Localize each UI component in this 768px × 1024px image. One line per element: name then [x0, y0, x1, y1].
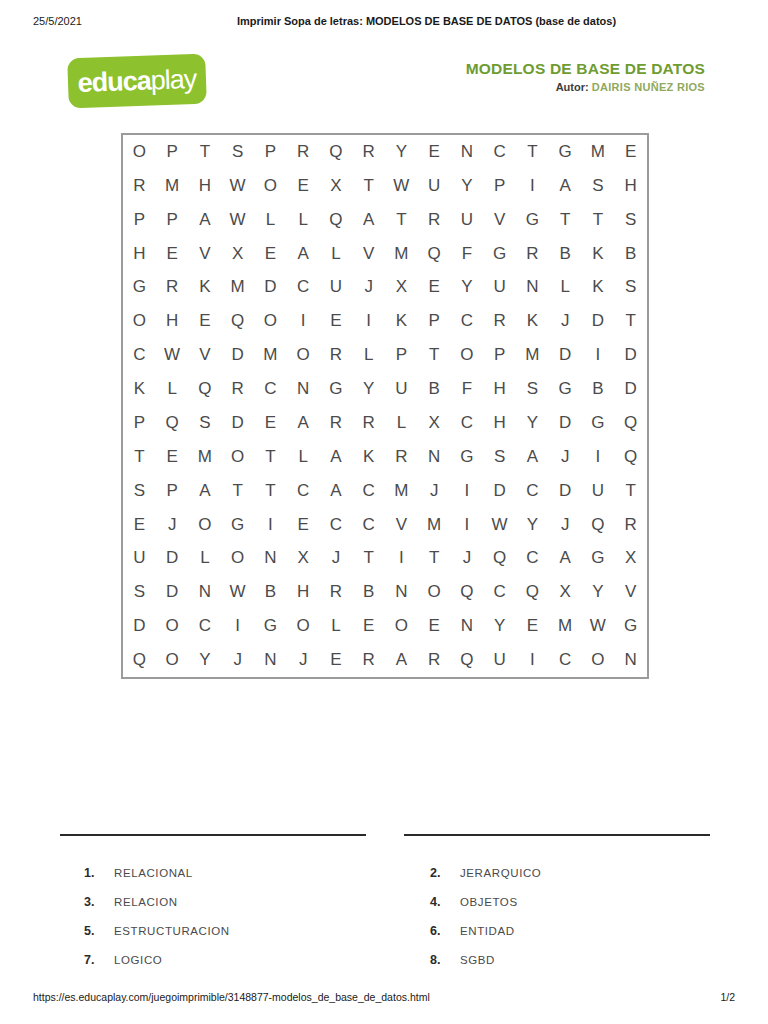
grid-cell: O [385, 609, 418, 643]
grid-cell: O [123, 304, 156, 338]
grid-cell: T [385, 203, 418, 237]
grid-cell: A [385, 643, 418, 677]
grid-cell: A [320, 474, 353, 508]
grid-cell: H [123, 237, 156, 271]
word-list-right: 2.JERARQUICO4.OBJETOS6.ENTIDAD8.SGBD [430, 866, 541, 982]
grid-cell: L [189, 542, 222, 576]
grid-cell: R [483, 304, 516, 338]
grid-cell: E [320, 643, 353, 677]
grid-cell: E [156, 440, 189, 474]
word-list-item: 1.RELACIONAL [84, 866, 230, 895]
author-line: Autor: DAIRIS NUÑEZ RIOS [556, 81, 705, 93]
grid-cell: R [123, 169, 156, 203]
grid-cell: B [614, 237, 647, 271]
grid-cell: A [320, 440, 353, 474]
grid-cell: Y [451, 169, 484, 203]
grid-cell: I [221, 609, 254, 643]
grid-cell: D [483, 474, 516, 508]
grid-cell: X [221, 237, 254, 271]
grid-cell: J [418, 474, 451, 508]
grid-cell: O [254, 169, 287, 203]
grid-cell: I [451, 474, 484, 508]
grid-cell: E [123, 508, 156, 542]
grid-cell: C [287, 474, 320, 508]
grid-cell: J [287, 643, 320, 677]
grid-cell: D [549, 406, 582, 440]
grid-cell: F [451, 237, 484, 271]
grid-cell: O [451, 338, 484, 372]
word-list-item: 4.OBJETOS [430, 895, 541, 924]
grid-cell: Y [352, 372, 385, 406]
grid-cell: U [483, 643, 516, 677]
grid-cell: Y [516, 406, 549, 440]
grid-cell: P [385, 338, 418, 372]
grid-cell: X [320, 169, 353, 203]
grid-cell: Q [483, 542, 516, 576]
grid-cell: S [516, 372, 549, 406]
grid-cell: I [451, 508, 484, 542]
grid-cell: D [156, 542, 189, 576]
grid-cell: W [221, 575, 254, 609]
grid-cell: M [189, 440, 222, 474]
grid-cell: I [582, 338, 615, 372]
grid-cell: O [156, 609, 189, 643]
grid-cell: P [156, 474, 189, 508]
word-number: 3. [84, 895, 114, 909]
grid-cell: N [287, 372, 320, 406]
grid-cell: Q [320, 203, 353, 237]
grid-cell: T [123, 440, 156, 474]
grid-cell: E [189, 304, 222, 338]
grid-cell: T [582, 203, 615, 237]
grid-cell: Q [614, 440, 647, 474]
grid-cell: E [254, 406, 287, 440]
grid-cell: O [221, 542, 254, 576]
grid-cell: R [385, 440, 418, 474]
grid-cell: V [385, 508, 418, 542]
word-label: RELACIONAL [114, 867, 193, 879]
grid-cell: C [451, 406, 484, 440]
grid-cell: M [221, 271, 254, 305]
grid-cell: Q [189, 372, 222, 406]
grid-cell: L [549, 271, 582, 305]
grid-cell: G [516, 203, 549, 237]
grid-cell: P [483, 338, 516, 372]
logo-text-bold: educa [77, 65, 151, 99]
grid-cell: C [451, 304, 484, 338]
grid-cell: R [352, 643, 385, 677]
grid-cell: B [352, 575, 385, 609]
grid-cell: L [287, 440, 320, 474]
grid-cell: N [385, 575, 418, 609]
word-number: 1. [84, 866, 114, 880]
grid-cell: T [189, 135, 222, 169]
grid-cell: A [287, 406, 320, 440]
grid-cell: L [156, 372, 189, 406]
grid-cell: Q [320, 135, 353, 169]
grid-cell: R [352, 135, 385, 169]
grid-cell: T [614, 304, 647, 338]
grid-cell: W [221, 169, 254, 203]
grid-cell: G [320, 372, 353, 406]
word-label: JERARQUICO [460, 867, 541, 879]
grid-cell: G [614, 609, 647, 643]
grid-cell: R [516, 237, 549, 271]
grid-cell: M [582, 135, 615, 169]
author-name: DAIRIS NUÑEZ RIOS [592, 81, 705, 93]
grid-cell: U [582, 474, 615, 508]
grid-cell: W [582, 609, 615, 643]
grid-cell: G [582, 406, 615, 440]
grid-cell: M [385, 237, 418, 271]
grid-cell: U [451, 203, 484, 237]
printable-word-search-page: 25/5/2021 Imprimir Sopa de letras: MODEL… [0, 0, 768, 1024]
grid-cell: F [451, 372, 484, 406]
grid-cell: W [156, 338, 189, 372]
grid-cell: P [483, 169, 516, 203]
grid-cell: E [156, 237, 189, 271]
grid-cell: C [123, 338, 156, 372]
grid-cell: P [123, 203, 156, 237]
grid-cell: B [582, 372, 615, 406]
grid-cell: H [287, 575, 320, 609]
grid-cell: Y [189, 643, 222, 677]
grid-cell: C [189, 609, 222, 643]
grid-cell: W [483, 508, 516, 542]
grid-cell: R [418, 643, 451, 677]
grid-cell: C [287, 271, 320, 305]
grid-cell: N [451, 609, 484, 643]
grid-cell: C [549, 643, 582, 677]
grid-cell: C [516, 474, 549, 508]
grid-cell: O [418, 575, 451, 609]
word-list-divider-left [60, 834, 366, 836]
word-list-item: 7.LOGICO [84, 953, 230, 982]
grid-cell: E [320, 304, 353, 338]
grid-cell: S [483, 440, 516, 474]
footer-url: https://es.educaplay.com/juegoimprimible… [33, 991, 430, 1003]
word-list-divider-right [404, 834, 710, 836]
grid-cell: R [287, 135, 320, 169]
grid-cell: M [385, 474, 418, 508]
grid-cell: N [516, 271, 549, 305]
grid-cell: Q [221, 304, 254, 338]
puzzle-title: MODELOS DE BASE DE DATOS [466, 60, 705, 78]
grid-cell: O [582, 643, 615, 677]
grid-cell: W [221, 203, 254, 237]
grid-cell: D [614, 338, 647, 372]
word-list-item: 8.SGBD [430, 953, 541, 982]
grid-cell: N [254, 643, 287, 677]
word-number: 6. [430, 924, 460, 938]
grid-cell: N [189, 575, 222, 609]
grid-cell: H [156, 304, 189, 338]
grid-cell: T [418, 542, 451, 576]
grid-cell: U [123, 542, 156, 576]
grid-cell: T [221, 474, 254, 508]
grid-cell: T [614, 474, 647, 508]
grid-cell: I [287, 304, 320, 338]
grid-cell: H [189, 169, 222, 203]
grid-cell: R [352, 406, 385, 440]
grid-cell: N [254, 542, 287, 576]
grid-cell: K [385, 304, 418, 338]
grid-cell: R [320, 575, 353, 609]
word-label: ENTIDAD [460, 925, 515, 937]
grid-cell: E [614, 135, 647, 169]
grid-cell: A [549, 169, 582, 203]
word-label: LOGICO [114, 954, 162, 966]
grid-cell: Q [451, 643, 484, 677]
grid-cell: P [418, 304, 451, 338]
grid-cell: A [189, 474, 222, 508]
grid-cell: I [516, 643, 549, 677]
grid-cell: D [156, 575, 189, 609]
grid-cell: D [221, 338, 254, 372]
grid-cell: P [156, 203, 189, 237]
grid-cell: X [385, 271, 418, 305]
grid-cell: H [483, 406, 516, 440]
grid-cell: C [483, 135, 516, 169]
grid-cell: J [320, 542, 353, 576]
grid-cell: L [385, 406, 418, 440]
grid-cell: J [549, 508, 582, 542]
grid-cell: D [123, 609, 156, 643]
grid-cell: J [549, 440, 582, 474]
grid-cell: T [254, 440, 287, 474]
word-list-item: 5.ESTRUCTURACION [84, 924, 230, 953]
grid-cell: U [418, 169, 451, 203]
grid-cell: G [254, 609, 287, 643]
print-doc-title: Imprimir Sopa de letras: MODELOS DE BASE… [85, 15, 768, 27]
grid-cell: Y [483, 609, 516, 643]
grid-cell: X [287, 542, 320, 576]
grid-cell: Q [156, 406, 189, 440]
grid-cell: Y [451, 271, 484, 305]
footer-page-number: 1/2 [720, 991, 735, 1003]
grid-cell: H [483, 372, 516, 406]
grid-cell: O [221, 440, 254, 474]
grid-cell: U [320, 271, 353, 305]
grid-cell: L [352, 338, 385, 372]
grid-cell: G [549, 372, 582, 406]
grid-cell: V [189, 338, 222, 372]
grid-cell: K [123, 372, 156, 406]
grid-cell: V [614, 575, 647, 609]
grid-cell: Q [516, 575, 549, 609]
grid-cell: S [123, 474, 156, 508]
grid-cell: X [549, 575, 582, 609]
grid-cell: E [418, 135, 451, 169]
grid-cell: G [549, 135, 582, 169]
grid-cell: J [156, 508, 189, 542]
word-search-grid: OPTSPRQRYENCTGMERMHWOEXTWUYPIASHPPAWLLQA… [121, 133, 649, 679]
grid-cell: T [254, 474, 287, 508]
grid-cell: R [320, 406, 353, 440]
grid-cell: N [418, 440, 451, 474]
grid-cell: G [451, 440, 484, 474]
grid-cell: K [582, 271, 615, 305]
grid-cell: O [287, 609, 320, 643]
grid-cell: E [352, 609, 385, 643]
educaplay-logo: educaplay [67, 54, 207, 109]
grid-cell: O [189, 508, 222, 542]
grid-cell: B [254, 575, 287, 609]
grid-cell: E [254, 237, 287, 271]
grid-cell: H [614, 169, 647, 203]
grid-cell: J [352, 271, 385, 305]
grid-cell: M [254, 338, 287, 372]
grid-cell: L [320, 237, 353, 271]
grid-cell: V [189, 237, 222, 271]
grid-cell: M [418, 508, 451, 542]
grid-cell: K [516, 304, 549, 338]
grid-cell: G [483, 237, 516, 271]
grid-cell: C [483, 575, 516, 609]
logo-text-light: play [150, 63, 197, 96]
grid-cell: Q [123, 643, 156, 677]
grid-cell: V [352, 237, 385, 271]
grid-cell: T [352, 542, 385, 576]
grid-cell: J [221, 643, 254, 677]
grid-cell: Y [385, 135, 418, 169]
grid-cell: A [549, 542, 582, 576]
grid-cell: C [352, 474, 385, 508]
grid-cell: R [320, 338, 353, 372]
word-label: RELACION [114, 896, 178, 908]
grid-cell: K [352, 440, 385, 474]
grid-cell: V [483, 203, 516, 237]
grid-cell: Q [614, 406, 647, 440]
grid-cell: G [582, 542, 615, 576]
grid-cell: Q [418, 237, 451, 271]
word-number: 2. [430, 866, 460, 880]
grid-cell: R [614, 508, 647, 542]
grid-cell: P [254, 135, 287, 169]
grid-cell: M [516, 338, 549, 372]
grid-cell: T [352, 169, 385, 203]
grid-cell: N [614, 643, 647, 677]
grid-cell: J [549, 304, 582, 338]
grid-cell: Y [582, 575, 615, 609]
grid-cell: E [516, 609, 549, 643]
grid-cell: I [582, 440, 615, 474]
grid-cell: D [254, 271, 287, 305]
grid-cell: T [516, 135, 549, 169]
author-label: Autor: [556, 81, 589, 93]
grid-cell: R [156, 271, 189, 305]
grid-cell: S [614, 203, 647, 237]
grid-cell: B [418, 372, 451, 406]
word-number: 7. [84, 953, 114, 967]
grid-cell: Q [451, 575, 484, 609]
grid-cell: J [451, 542, 484, 576]
word-list-item: 2.JERARQUICO [430, 866, 541, 895]
grid-cell: M [549, 609, 582, 643]
word-number: 8. [430, 953, 460, 967]
grid-cell: P [123, 406, 156, 440]
grid-cell: S [189, 406, 222, 440]
grid-cell: X [418, 406, 451, 440]
word-number: 4. [430, 895, 460, 909]
grid-cell: Y [516, 508, 549, 542]
grid-cell: S [582, 169, 615, 203]
grid-cell: S [614, 271, 647, 305]
grid-cell: S [123, 575, 156, 609]
word-list-item: 3.RELACION [84, 895, 230, 924]
grid-cell: O [156, 643, 189, 677]
grid-cell: I [352, 304, 385, 338]
grid-cell: X [614, 542, 647, 576]
grid-cell: C [320, 508, 353, 542]
grid-cell: A [287, 237, 320, 271]
grid-cell: D [614, 372, 647, 406]
grid-cell: E [287, 169, 320, 203]
grid-cell: I [254, 508, 287, 542]
grid-cell: G [221, 508, 254, 542]
grid-cell: W [385, 169, 418, 203]
grid-cell: A [352, 203, 385, 237]
grid-cell: K [189, 271, 222, 305]
grid-cell: D [549, 338, 582, 372]
grid-cell: G [123, 271, 156, 305]
grid-cell: T [418, 338, 451, 372]
grid-cell: E [287, 508, 320, 542]
grid-cell: M [156, 169, 189, 203]
grid-cell: C [254, 372, 287, 406]
grid-cell: C [352, 508, 385, 542]
grid-cell: O [287, 338, 320, 372]
print-date: 25/5/2021 [33, 15, 82, 27]
grid-cell: A [516, 440, 549, 474]
grid-cell: B [549, 237, 582, 271]
word-label: SGBD [460, 954, 495, 966]
grid-cell: D [221, 406, 254, 440]
grid-cell: I [516, 169, 549, 203]
grid-cell: K [582, 237, 615, 271]
grid-cell: D [549, 474, 582, 508]
word-list-left: 1.RELACIONAL3.RELACION5.ESTRUCTURACION7.… [84, 866, 230, 982]
word-label: OBJETOS [460, 896, 518, 908]
grid-cell: L [320, 609, 353, 643]
grid-cell: R [418, 203, 451, 237]
grid-cell: C [516, 542, 549, 576]
word-label: ESTRUCTURACION [114, 925, 230, 937]
grid-cell: A [189, 203, 222, 237]
grid-cell: E [418, 609, 451, 643]
grid-cell: R [221, 372, 254, 406]
grid-cell: U [385, 372, 418, 406]
grid-cell: T [549, 203, 582, 237]
word-list-item: 6.ENTIDAD [430, 924, 541, 953]
grid-cell: Q [582, 508, 615, 542]
word-number: 5. [84, 924, 114, 938]
grid-cell: S [221, 135, 254, 169]
grid-cell: L [287, 203, 320, 237]
grid-cell: P [156, 135, 189, 169]
grid-cell: I [385, 542, 418, 576]
grid-cell: L [254, 203, 287, 237]
grid-cell: O [123, 135, 156, 169]
grid-cell: O [254, 304, 287, 338]
grid-cell: U [483, 271, 516, 305]
grid-cell: N [451, 135, 484, 169]
grid-cell: D [582, 304, 615, 338]
grid-cell: E [418, 271, 451, 305]
